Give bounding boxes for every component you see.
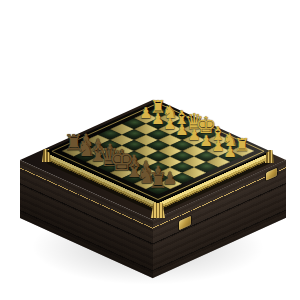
chess-piece-black-rook[interactable]: ♜	[143, 170, 173, 192]
chess-set-photo: ♜♞♝♛♚♝♞♜♟♟♟♟♟♟♟♟♟♟♟♟♟♟♟♟♜♞♝♛♚♝♞♜	[0, 0, 300, 300]
brass-clasp-plate[interactable]	[266, 168, 277, 181]
brass-clasp-plate[interactable]	[179, 216, 191, 230]
chess-piece-white-pawn[interactable]: ♟	[215, 145, 245, 160]
